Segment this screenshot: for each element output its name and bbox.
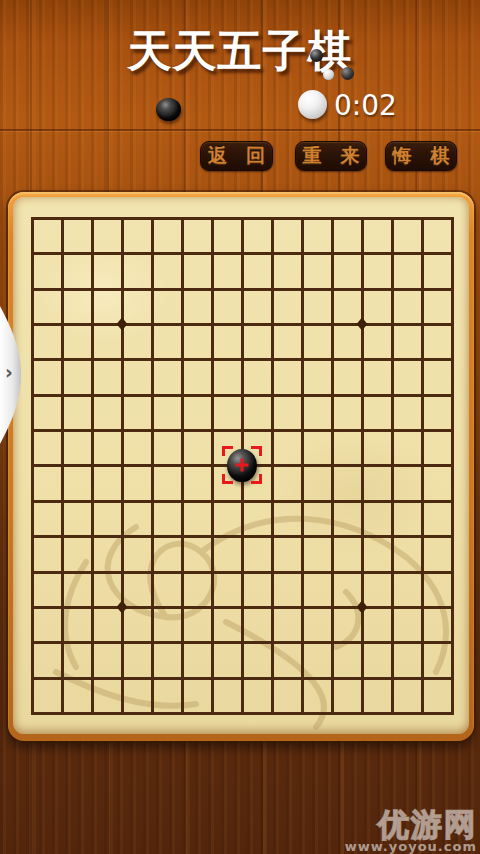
star-point [347, 306, 377, 341]
black-stone [227, 448, 257, 483]
wood-plank-seam [0, 129, 480, 132]
white-player-stone-icon [298, 90, 327, 119]
undo-button-label: 悔棋 [393, 143, 469, 169]
star-point [347, 589, 377, 624]
watermark-site-name: 优游网 [345, 809, 477, 839]
chevron-right-icon: › [5, 363, 13, 382]
app-title: 天天五子棋 [0, 22, 480, 81]
title-deco-black-stone-icon [310, 49, 323, 62]
title-deco-gray-stone-icon [341, 67, 354, 80]
restart-button-label: 重来 [303, 143, 379, 169]
back-button-label: 返回 [208, 143, 284, 169]
black-player-stone-icon [156, 98, 181, 121]
move-timer: 0:02 [334, 90, 398, 122]
watermark-site-url: www.yoyou.com [345, 839, 477, 854]
watermark: 优游网 www.yoyou.com [345, 809, 477, 854]
title-deco-white-stone-icon [323, 69, 334, 80]
undo-button[interactable]: 悔棋 [385, 141, 457, 171]
back-button[interactable]: 返回 [200, 141, 273, 171]
side-panel-tab[interactable]: › [0, 306, 24, 444]
restart-button[interactable]: 重来 [295, 141, 367, 171]
star-point [107, 589, 137, 624]
star-point [107, 306, 137, 341]
app-screen: 天天五子棋 0:02 返回 重来 悔棋 [0, 0, 480, 854]
game-board [8, 192, 474, 741]
board-grid[interactable] [17, 200, 467, 730]
